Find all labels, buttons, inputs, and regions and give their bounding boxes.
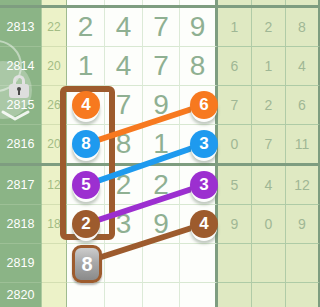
digit-cell — [67, 283, 105, 307]
digit-cell: 7 — [143, 47, 180, 86]
stat-cell: 9 — [218, 205, 252, 244]
digit-cell — [143, 283, 180, 307]
digit-circle-brown[interactable]: 2 — [72, 210, 100, 238]
stat-cell — [286, 0, 320, 5]
table-row: 2817 12 2 2 5 4 12 — [0, 166, 320, 205]
digit-cell: 4 — [105, 47, 143, 86]
lock-keyhole-stem — [18, 90, 20, 95]
period-cell: 2817 — [0, 166, 42, 205]
stat-cell: 12 — [286, 166, 320, 205]
digit-cell — [105, 244, 143, 283]
digit-cell — [180, 0, 218, 5]
stat-cell: 4 — [286, 47, 320, 86]
digit-circle-purple[interactable]: 5 — [72, 171, 100, 199]
digit-circle-orange[interactable]: 6 — [190, 91, 218, 119]
stat-cell: 2 — [252, 8, 286, 47]
stat-cell — [218, 244, 252, 283]
table-row: 2815 26 7 9 7 2 6 — [0, 86, 320, 125]
table-row: 2814 20 1 4 7 8 6 1 4 — [0, 47, 320, 86]
table-row: 2820 — [0, 283, 320, 307]
stat-cell — [218, 0, 252, 5]
digit-cell — [105, 283, 143, 307]
stat-cell: 5 — [218, 166, 252, 205]
digit-cell: 9 — [143, 205, 180, 244]
stat-cell — [218, 283, 252, 307]
period-cell: 2818 — [0, 205, 42, 244]
digit-circle-purple[interactable]: 3 — [190, 171, 218, 199]
count-cell: 20 — [42, 47, 67, 86]
digit-cell: 8 — [180, 47, 218, 86]
stat-cell: 6 — [218, 47, 252, 86]
digit-cell: 4 — [105, 8, 143, 47]
digit-cell: 7 — [143, 8, 180, 47]
table-row: 2816 20 8 1 0 7 11 — [0, 125, 320, 163]
stat-cell: 7 — [252, 125, 286, 163]
stat-cell — [252, 0, 286, 5]
stat-cell: 4 — [252, 166, 286, 205]
stat-cell — [252, 244, 286, 283]
gray-digit-box[interactable]: 8 — [72, 245, 102, 283]
digit-cell — [143, 244, 180, 283]
digit-cell: 9 — [180, 8, 218, 47]
digit-cell — [180, 244, 218, 283]
stat-cell — [286, 244, 320, 283]
stat-cell: 1 — [218, 8, 252, 47]
digit-circle-orange[interactable]: 4 — [72, 91, 100, 119]
digit-cell: 2 — [143, 166, 180, 205]
digit-circle-blue[interactable]: 8 — [72, 130, 100, 158]
stat-cell: 1 — [252, 47, 286, 86]
table-row: 2813 22 2 4 7 9 1 2 8 — [0, 8, 320, 47]
stat-cell — [286, 283, 320, 307]
period-cell — [0, 0, 42, 5]
digit-cell: 1 — [143, 125, 180, 163]
stat-cell: 9 — [286, 205, 320, 244]
digit-cell — [105, 0, 143, 5]
stat-cell: 6 — [286, 86, 320, 125]
count-cell — [42, 283, 67, 307]
period-cell: 2816 — [0, 125, 42, 163]
lock-icon[interactable] — [9, 75, 29, 99]
trend-chart-screen: 2813 22 2 4 7 9 1 2 8 2814 20 1 4 7 8 6 … — [0, 0, 320, 307]
digit-cell: 1 — [67, 47, 105, 86]
digit-cell: 2 — [67, 8, 105, 47]
table-row: 2818 18 3 9 9 0 9 — [0, 205, 320, 244]
stat-cell — [252, 283, 286, 307]
period-cell: 2820 — [0, 283, 42, 307]
period-cell: 2819 — [0, 244, 42, 283]
digit-circle-blue[interactable]: 3 — [190, 130, 218, 158]
digit-cell — [180, 283, 218, 307]
stat-cell: 7 — [218, 86, 252, 125]
count-cell — [42, 0, 67, 5]
digit-cell — [67, 0, 105, 5]
digit-cell — [143, 0, 180, 5]
stat-cell: 0 — [218, 125, 252, 163]
stat-cell: 2 — [252, 86, 286, 125]
stat-cell: 11 — [286, 125, 320, 163]
stat-cell: 8 — [286, 8, 320, 47]
table-row: 2819 — [0, 244, 320, 283]
count-cell: 22 — [42, 8, 67, 47]
digit-circle-brown[interactable]: 4 — [190, 210, 218, 238]
count-cell — [42, 244, 67, 283]
digit-cell: 9 — [143, 86, 180, 125]
stat-cell: 0 — [252, 205, 286, 244]
table-row-partial-top — [0, 0, 320, 5]
